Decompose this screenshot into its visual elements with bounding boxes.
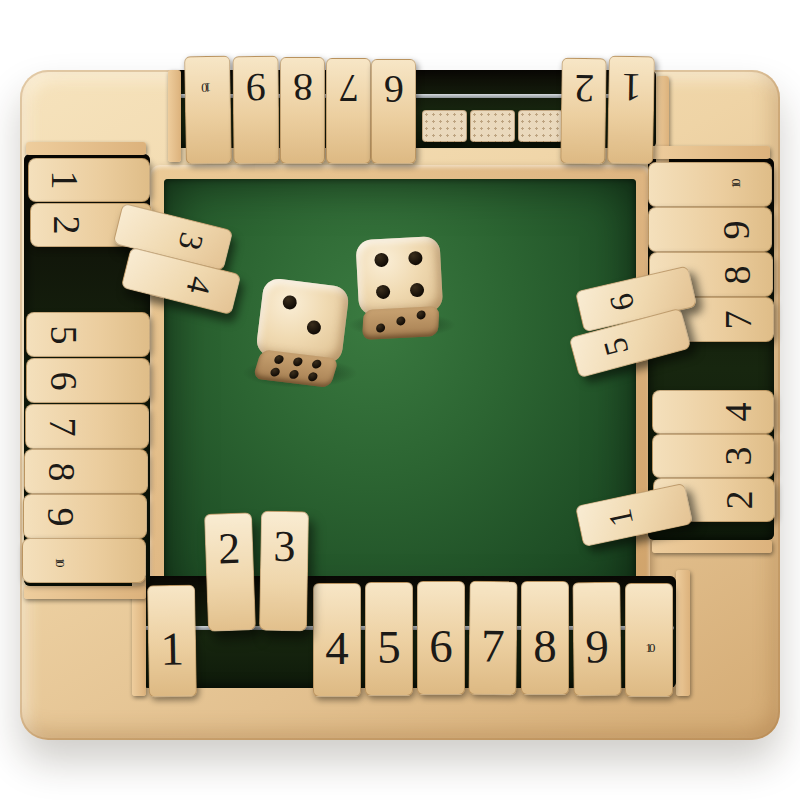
divider-post — [650, 146, 770, 159]
tile-number: 1 — [46, 171, 84, 190]
tile-number: 9 — [717, 220, 755, 239]
die-pip — [288, 370, 300, 380]
die-pip — [416, 310, 425, 320]
tile-north-8[interactable]: 8 — [280, 57, 325, 164]
tile-number: 5 — [377, 623, 401, 670]
die-pip — [376, 323, 385, 333]
die-pip — [292, 357, 304, 367]
tile-west-7[interactable]: 7 — [25, 404, 149, 449]
die-pip — [408, 251, 423, 266]
divider-post — [24, 586, 146, 599]
tile-number: 9 — [585, 623, 609, 670]
tile-number: 6 — [384, 69, 404, 109]
tile-east-9[interactable]: 9 — [648, 207, 772, 252]
die-pip — [396, 316, 405, 326]
tile-number: 10 — [646, 641, 653, 654]
tile-number: 3 — [273, 525, 296, 569]
divider-post — [168, 70, 181, 162]
die-pip — [273, 355, 285, 365]
tile-number: 8 — [718, 265, 756, 284]
tile-number: 2 — [48, 216, 86, 235]
tile-south-10[interactable]: 10 — [625, 583, 673, 697]
tile-south-1[interactable]: 1 — [147, 585, 197, 698]
tile-number: 1 — [621, 67, 642, 107]
tile-number: 4 — [325, 624, 349, 671]
tile-east-10[interactable]: 10 — [648, 162, 772, 207]
tile-number: 5 — [45, 325, 83, 344]
tile-number: 6 — [45, 371, 83, 390]
tile-number: 2 — [217, 526, 241, 571]
tile-west-10[interactable]: 10 — [22, 538, 146, 583]
tile-south-4[interactable]: 4 — [313, 583, 361, 697]
tile-number: 4 — [180, 273, 216, 297]
tile-number: 6 — [429, 622, 453, 669]
tile-east-3[interactable]: 3 — [652, 434, 774, 478]
tile-number: 6 — [605, 290, 641, 314]
tile-number: 9 — [246, 67, 266, 107]
tile-east-4[interactable]: 4 — [652, 390, 774, 434]
tile-number: 10 — [204, 80, 211, 93]
die-front-face-3 — [362, 306, 439, 340]
tile-north-4[interactable] — [470, 110, 515, 142]
die-pip — [376, 285, 391, 300]
tile-south-5[interactable]: 5 — [365, 582, 413, 696]
tile-number: 7 — [339, 68, 359, 108]
tile-north-5[interactable] — [422, 110, 467, 142]
tile-number: 3 — [719, 447, 757, 466]
die-pip — [374, 253, 389, 268]
tile-south-3[interactable]: 3 — [259, 511, 309, 632]
tile-number: 1 — [160, 625, 184, 672]
tile-number: 5 — [599, 334, 635, 358]
divider-post — [26, 142, 146, 155]
tile-number: 8 — [293, 67, 313, 107]
tile-number: 2 — [720, 491, 758, 510]
tile-south-2[interactable]: 2 — [204, 512, 256, 632]
tile-west-1[interactable]: 1 — [28, 158, 150, 202]
tile-north-9[interactable]: 9 — [233, 56, 280, 164]
tile-number: 7 — [481, 622, 505, 669]
divider-post — [676, 570, 690, 696]
shut-the-box-board: 10987621 12345678910 10987654321 1234567… — [20, 70, 780, 740]
die-pip — [270, 367, 282, 377]
tile-south-7[interactable]: 7 — [468, 581, 517, 695]
die-pip — [410, 283, 425, 298]
tile-number: 7 — [44, 417, 82, 436]
tile-number: 8 — [43, 462, 81, 481]
tile-north-7[interactable]: 7 — [326, 58, 371, 164]
tile-number: 4 — [719, 403, 757, 422]
tile-north-6[interactable]: 6 — [371, 59, 416, 164]
tile-number: 2 — [574, 68, 595, 108]
tile-west-9[interactable]: 9 — [23, 494, 147, 539]
die-pip — [307, 372, 319, 382]
tile-north-1[interactable]: 1 — [607, 56, 655, 165]
tile-south-9[interactable]: 9 — [572, 582, 621, 696]
tile-north-10[interactable]: 10 — [184, 56, 232, 165]
die-top-face-4 — [355, 236, 443, 316]
tile-number: 8 — [533, 622, 557, 669]
die-pip — [282, 294, 298, 310]
tile-number: 7 — [719, 310, 757, 329]
tile-south-8[interactable]: 8 — [521, 581, 569, 695]
tile-number: 1 — [603, 506, 639, 529]
die-pip — [310, 360, 322, 370]
tile-south-6[interactable]: 6 — [417, 581, 465, 695]
tile-number: 9 — [42, 507, 80, 526]
page-background: { "game": { "name": "Shut the Box (4-pla… — [0, 0, 800, 800]
tile-west-8[interactable]: 8 — [24, 449, 148, 494]
tile-number: 10 — [53, 557, 66, 564]
die-1[interactable] — [252, 277, 350, 391]
tile-north-3[interactable] — [518, 110, 563, 142]
divider-post — [652, 540, 772, 553]
tile-number: 10 — [729, 181, 742, 188]
tile-west-5[interactable]: 5 — [26, 312, 150, 357]
tile-north-2[interactable]: 2 — [560, 58, 606, 165]
tile-number: 3 — [172, 229, 208, 253]
die-pip — [306, 319, 322, 335]
die-2[interactable] — [355, 236, 444, 342]
tile-west-6[interactable]: 6 — [26, 358, 150, 403]
